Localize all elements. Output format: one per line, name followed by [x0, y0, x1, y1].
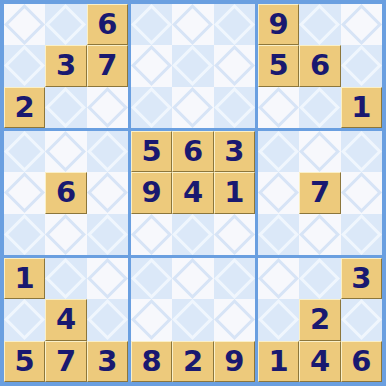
cell-r8c8: 2: [299, 299, 340, 340]
diamond-icon: [214, 45, 255, 86]
diamond-icon: [341, 45, 382, 86]
cell-r7c6[interactable]: [214, 258, 255, 299]
cell-r2c1[interactable]: [4, 45, 45, 86]
cell-r8c1[interactable]: [4, 299, 45, 340]
cell-r2c5[interactable]: [172, 45, 213, 86]
cell-r6c2[interactable]: [45, 214, 86, 255]
cell-r1c6[interactable]: [214, 4, 255, 45]
cell-r1c7: 9: [258, 4, 299, 45]
cell-r4c6: 3: [214, 131, 255, 172]
cell-r4c8[interactable]: [299, 131, 340, 172]
diamond-icon: [258, 214, 299, 255]
diamond-icon: [341, 4, 382, 45]
cell-r3c5[interactable]: [172, 87, 213, 128]
diamond-icon: [172, 214, 213, 255]
cell-value: 7: [56, 347, 76, 376]
cell-r9c7: 1: [258, 341, 299, 382]
cell-r1c4[interactable]: [131, 4, 172, 45]
diamond-icon: [172, 45, 213, 86]
diamond-icon: [258, 299, 299, 340]
diamond-icon: [299, 214, 340, 255]
cell-r3c8[interactable]: [299, 87, 340, 128]
diamond-icon: [131, 214, 172, 255]
cell-r1c9[interactable]: [341, 4, 382, 45]
cell-value: 3: [224, 137, 244, 166]
diamond-icon: [341, 131, 382, 172]
cell-r9c9: 6: [341, 341, 382, 382]
diamond-icon: [4, 299, 45, 340]
cell-value: 7: [97, 51, 117, 80]
diamond-icon: [258, 131, 299, 172]
cell-r2c2: 3: [45, 45, 86, 86]
diamond-icon: [87, 214, 128, 255]
cell-r1c1[interactable]: [4, 4, 45, 45]
cell-value: 6: [310, 51, 330, 80]
diamond-icon: [214, 214, 255, 255]
cell-value: 7: [310, 178, 330, 207]
diamond-icon: [341, 172, 382, 213]
cell-value: 3: [56, 51, 76, 80]
sudoku-board: 63729561656394171457382932146: [0, 0, 386, 386]
cell-r3c2[interactable]: [45, 87, 86, 128]
sudoku-box-3-3: 32146: [258, 258, 382, 382]
cell-r2c4[interactable]: [131, 45, 172, 86]
diamond-icon: [258, 258, 299, 299]
cell-value: 2: [15, 93, 35, 122]
cell-value: 6: [351, 347, 371, 376]
diamond-icon: [4, 131, 45, 172]
diamond-icon: [131, 4, 172, 45]
cell-r3c1: 2: [4, 87, 45, 128]
cell-r8c4[interactable]: [131, 299, 172, 340]
diamond-icon: [45, 214, 86, 255]
cell-value: 5: [142, 137, 162, 166]
diamond-icon: [214, 258, 255, 299]
cell-r1c8[interactable]: [299, 4, 340, 45]
diamond-icon: [341, 299, 382, 340]
sudoku-box-2-2: 563941: [131, 131, 255, 255]
cell-r2c7: 5: [258, 45, 299, 86]
diamond-icon: [45, 4, 86, 45]
diamond-icon: [87, 87, 128, 128]
cell-r6c4[interactable]: [131, 214, 172, 255]
sudoku-box-2-3: 7: [258, 131, 382, 255]
cell-r6c5[interactable]: [172, 214, 213, 255]
diamond-icon: [87, 172, 128, 213]
cell-r8c7[interactable]: [258, 299, 299, 340]
sudoku-box-3-1: 14573: [4, 258, 128, 382]
diamond-icon: [131, 45, 172, 86]
cell-r7c5[interactable]: [172, 258, 213, 299]
cell-r5c2: 6: [45, 172, 86, 213]
cell-r2c6[interactable]: [214, 45, 255, 86]
cell-r7c3[interactable]: [87, 258, 128, 299]
cell-r3c4[interactable]: [131, 87, 172, 128]
cell-value: 9: [269, 10, 289, 39]
cell-value: 1: [269, 347, 289, 376]
cell-r4c2[interactable]: [45, 131, 86, 172]
diamond-icon: [45, 258, 86, 299]
cell-r9c6: 9: [214, 341, 255, 382]
diamond-icon: [131, 299, 172, 340]
cell-value: 8: [142, 347, 162, 376]
cell-r5c4: 9: [131, 172, 172, 213]
cell-r6c7[interactable]: [258, 214, 299, 255]
cell-r9c1: 5: [4, 341, 45, 382]
diamond-icon: [131, 87, 172, 128]
cell-value: 4: [310, 347, 330, 376]
cell-r4c9[interactable]: [341, 131, 382, 172]
cell-value: 1: [15, 264, 35, 293]
cell-value: 4: [183, 178, 203, 207]
cell-r8c9[interactable]: [341, 299, 382, 340]
cell-r1c3: 6: [87, 4, 128, 45]
diamond-icon: [172, 258, 213, 299]
cell-r4c7[interactable]: [258, 131, 299, 172]
cell-r7c8[interactable]: [299, 258, 340, 299]
diamond-icon: [172, 87, 213, 128]
diamond-icon: [4, 45, 45, 86]
diamond-icon: [299, 4, 340, 45]
cell-value: 9: [142, 178, 162, 207]
cell-r7c9: 3: [341, 258, 382, 299]
diamond-icon: [4, 214, 45, 255]
cell-r3c6[interactable]: [214, 87, 255, 128]
cell-value: 5: [15, 347, 35, 376]
cell-r5c5: 4: [172, 172, 213, 213]
cell-r6c8[interactable]: [299, 214, 340, 255]
diamond-icon: [299, 258, 340, 299]
cell-r2c9[interactable]: [341, 45, 382, 86]
cell-r2c3: 7: [87, 45, 128, 86]
cell-r6c3[interactable]: [87, 214, 128, 255]
cell-r3c3[interactable]: [87, 87, 128, 128]
cell-value: 6: [56, 178, 76, 207]
sudoku-box-2-1: 6: [4, 131, 128, 255]
cell-r9c5: 2: [172, 341, 213, 382]
diamond-icon: [4, 4, 45, 45]
cell-value: 3: [97, 347, 117, 376]
diamond-icon: [299, 131, 340, 172]
diamond-icon: [299, 87, 340, 128]
cell-r1c5[interactable]: [172, 4, 213, 45]
cell-r6c1[interactable]: [4, 214, 45, 255]
cell-r2c8: 6: [299, 45, 340, 86]
cell-r9c2: 7: [45, 341, 86, 382]
cell-r9c8: 4: [299, 341, 340, 382]
diamond-icon: [341, 214, 382, 255]
cell-value: 9: [224, 347, 244, 376]
cell-r8c5[interactable]: [172, 299, 213, 340]
sudoku-box-1-2: [131, 4, 255, 128]
diamond-icon: [4, 172, 45, 213]
sudoku-box-3-2: 829: [131, 258, 255, 382]
diamond-icon: [87, 299, 128, 340]
diamond-icon: [45, 131, 86, 172]
diamond-icon: [45, 87, 86, 128]
cell-value: 2: [310, 305, 330, 334]
cell-value: 4: [56, 305, 76, 334]
cell-r1c2[interactable]: [45, 4, 86, 45]
sudoku-box-1-3: 9561: [258, 4, 382, 128]
cell-r8c2: 4: [45, 299, 86, 340]
diamond-icon: [214, 299, 255, 340]
sudoku-box-1-1: 6372: [4, 4, 128, 128]
cell-r4c5: 6: [172, 131, 213, 172]
diamond-icon: [87, 131, 128, 172]
cell-value: 6: [97, 10, 117, 39]
diamond-icon: [214, 4, 255, 45]
diamond-icon: [131, 258, 172, 299]
cell-r4c3[interactable]: [87, 131, 128, 172]
cell-value: 5: [269, 51, 289, 80]
diamond-icon: [172, 4, 213, 45]
diamond-icon: [258, 172, 299, 213]
cell-r5c7[interactable]: [258, 172, 299, 213]
cell-value: 1: [351, 93, 371, 122]
cell-r4c4: 5: [131, 131, 172, 172]
cell-r8c6[interactable]: [214, 299, 255, 340]
cell-r6c9[interactable]: [341, 214, 382, 255]
cell-r9c4: 8: [131, 341, 172, 382]
cell-r9c3: 3: [87, 341, 128, 382]
cell-r3c9: 1: [341, 87, 382, 128]
cell-r4c1[interactable]: [4, 131, 45, 172]
cell-r5c6: 1: [214, 172, 255, 213]
cell-value: 6: [183, 137, 203, 166]
cell-r8c3[interactable]: [87, 299, 128, 340]
diamond-icon: [172, 299, 213, 340]
cell-r5c3[interactable]: [87, 172, 128, 213]
cell-r7c4[interactable]: [131, 258, 172, 299]
diamond-icon: [258, 87, 299, 128]
cell-value: 3: [351, 264, 371, 293]
cell-r7c1: 1: [4, 258, 45, 299]
cell-r5c1[interactable]: [4, 172, 45, 213]
cell-r7c2[interactable]: [45, 258, 86, 299]
cell-value: 2: [183, 347, 203, 376]
cell-r6c6[interactable]: [214, 214, 255, 255]
diamond-icon: [87, 258, 128, 299]
cell-r3c7[interactable]: [258, 87, 299, 128]
diamond-icon: [214, 87, 255, 128]
cell-r5c9[interactable]: [341, 172, 382, 213]
cell-r7c7[interactable]: [258, 258, 299, 299]
cell-value: 1: [224, 178, 244, 207]
cell-r5c8: 7: [299, 172, 340, 213]
